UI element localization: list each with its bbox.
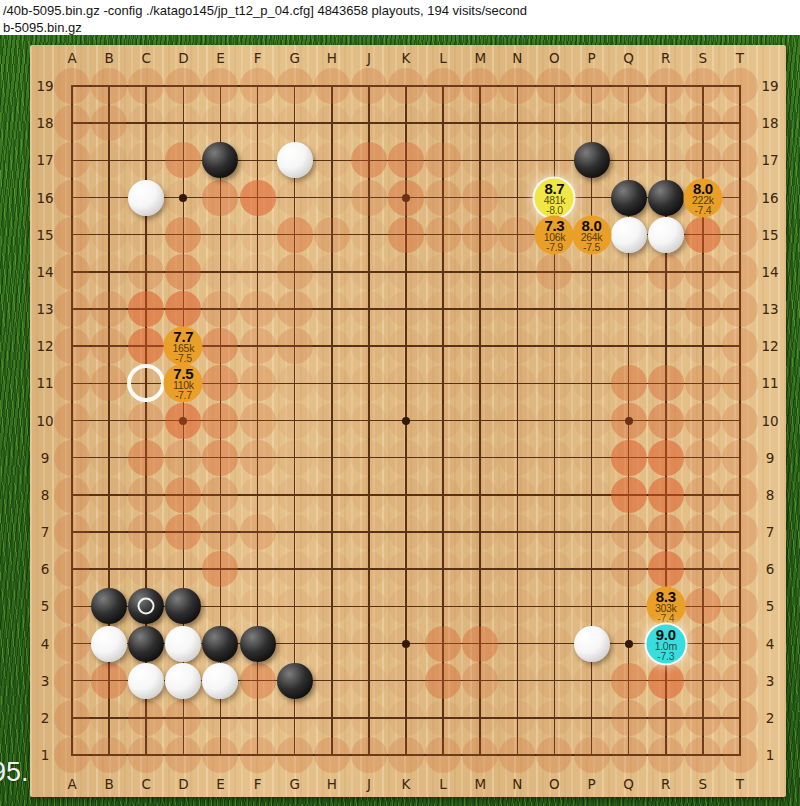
ownership-circle-light — [202, 514, 238, 550]
ownership-circle-base — [499, 365, 535, 401]
ownership-circle-base — [462, 477, 498, 513]
ownership-circle-base — [536, 328, 572, 364]
ownership-circle-medium — [165, 514, 201, 550]
ownership-circle-medium — [165, 142, 201, 178]
ownership-circle-base — [648, 105, 684, 141]
suggested-move[interactable]: 9.01.0m-7.3 — [646, 624, 685, 663]
ownership-circle-light — [685, 365, 721, 401]
ownership-circle-light — [722, 105, 758, 141]
ownership-circle-base — [314, 291, 350, 327]
black-stone — [165, 588, 201, 624]
ownership-circle-base — [388, 291, 424, 327]
ownership-circle-medium — [202, 180, 238, 216]
ownership-circle-base — [425, 254, 461, 290]
column-label-top: R — [661, 50, 670, 66]
ownership-circle-base — [314, 440, 350, 476]
ownership-circle-light — [165, 68, 201, 104]
ownership-circle-medium — [611, 663, 647, 699]
column-label-bottom: A — [67, 776, 76, 792]
column-label-top: J — [367, 50, 371, 66]
ownership-circle-base — [499, 514, 535, 550]
ownership-circle-light — [240, 365, 276, 401]
ownership-circle-strong — [165, 291, 201, 327]
ownership-circle-medium — [240, 663, 276, 699]
ownership-circle-base — [425, 328, 461, 364]
ownership-circle-base — [351, 440, 387, 476]
ownership-circle-light — [722, 68, 758, 104]
ownership-circle-base — [202, 700, 238, 736]
row-label-left: 18 — [36, 115, 53, 131]
ownership-circle-base — [128, 142, 164, 178]
ownership-circle-light — [648, 68, 684, 104]
ownership-circle-light — [536, 68, 572, 104]
ownership-circle-base — [277, 626, 313, 662]
ownership-circle-light — [128, 700, 164, 736]
ownership-circle-base — [462, 365, 498, 401]
engine-status-text: /40b-5095.bin.gz -config ./katago145/jp_… — [3, 3, 527, 18]
ownership-circle-strong — [165, 403, 201, 439]
column-label-top: O — [549, 50, 560, 66]
ownership-circle-light — [611, 68, 647, 104]
row-label-right: 12 — [761, 338, 778, 354]
ownership-circle-base — [462, 254, 498, 290]
ownership-circle-base — [536, 626, 572, 662]
black-stone — [611, 180, 647, 216]
ownership-circle-medium — [351, 142, 387, 178]
white-stone — [574, 626, 610, 662]
ownership-circle-base — [388, 588, 424, 624]
ownership-circle-base — [425, 700, 461, 736]
row-label-left: 2 — [41, 710, 50, 726]
ownership-circle-light — [722, 737, 758, 773]
ownership-circle-light — [128, 477, 164, 513]
ownership-circle-base — [388, 700, 424, 736]
ownership-circle-base — [499, 440, 535, 476]
ownership-circle-medium — [425, 663, 461, 699]
suggested-move[interactable]: 8.0264k-7.5 — [572, 215, 611, 254]
ownership-circle-light — [722, 626, 758, 662]
ownership-circle-light — [722, 440, 758, 476]
ownership-circle-base — [499, 700, 535, 736]
ownership-circle-light — [462, 180, 498, 216]
ownership-circle-base — [128, 217, 164, 253]
ownership-circle-light — [202, 291, 238, 327]
ownership-circle-base — [351, 365, 387, 401]
ownership-circle-light — [91, 328, 127, 364]
ownership-circle-base — [425, 440, 461, 476]
ownership-circle-light — [722, 365, 758, 401]
ownership-circle-light — [240, 328, 276, 364]
ownership-circle-base — [277, 514, 313, 550]
row-label-left: 19 — [36, 78, 53, 94]
ownership-circle-base — [425, 365, 461, 401]
ownership-circle-base — [388, 328, 424, 364]
ownership-circle-light — [351, 737, 387, 773]
ownership-circle-medium — [685, 588, 721, 624]
ownership-circle-light — [128, 254, 164, 290]
ownership-circle-base — [91, 700, 127, 736]
column-label-bottom: D — [178, 776, 188, 792]
row-label-right: 3 — [766, 673, 775, 689]
ownership-circle-medium — [165, 254, 201, 290]
ownership-circle-light — [54, 700, 90, 736]
ownership-circle-base — [425, 477, 461, 513]
ownership-circle-light — [277, 68, 313, 104]
column-label-top: C — [142, 50, 151, 66]
ownership-circle-light — [91, 105, 127, 141]
column-label-top: B — [104, 50, 113, 66]
ownership-circle-light — [574, 68, 610, 104]
ownership-circle-base — [314, 588, 350, 624]
suggested-move[interactable]: 8.3303k-7.4 — [646, 587, 685, 626]
ownership-circle-base — [425, 105, 461, 141]
ownership-circle-base — [314, 365, 350, 401]
row-label-right: 16 — [761, 190, 778, 206]
ownership-circle-base — [314, 477, 350, 513]
ownership-circle-base — [611, 626, 647, 662]
ownership-circle-medium — [611, 403, 647, 439]
column-label-bottom: N — [512, 776, 522, 792]
ownership-circle-light — [685, 626, 721, 662]
ownership-circle-light — [388, 737, 424, 773]
ownership-circle-light — [240, 514, 276, 550]
white-stone — [611, 217, 647, 253]
ownership-circle-light — [277, 254, 313, 290]
suggestion-lead: -7.4 — [694, 204, 711, 214]
ownership-circle-light — [499, 217, 535, 253]
column-label-top: A — [67, 50, 76, 66]
black-stone — [240, 626, 276, 662]
column-label-bottom: C — [142, 776, 151, 792]
ownership-circle-strong — [685, 217, 721, 253]
ownership-circle-light — [648, 737, 684, 773]
ownership-circle-light — [611, 514, 647, 550]
ownership-circle-base — [277, 403, 313, 439]
ownership-circle-base — [351, 105, 387, 141]
ownership-circle-base — [277, 440, 313, 476]
ownership-circle-base — [91, 440, 127, 476]
ownership-circle-medium — [128, 440, 164, 476]
ownership-circle-light — [240, 68, 276, 104]
ownership-circle-light — [722, 217, 758, 253]
ownership-circle-light — [722, 328, 758, 364]
white-stone — [648, 217, 684, 253]
ownership-circle-base — [91, 217, 127, 253]
white-stone — [277, 142, 313, 178]
ownership-circle-light — [685, 291, 721, 327]
ownership-circle-base — [240, 700, 276, 736]
ownership-circle-base — [499, 254, 535, 290]
ownership-circle-medium — [202, 365, 238, 401]
ownership-circle-medium — [202, 440, 238, 476]
row-label-left: 1 — [41, 747, 50, 763]
ownership-circle-base — [202, 105, 238, 141]
ownership-circle-light — [277, 328, 313, 364]
ownership-circle-strong — [240, 180, 276, 216]
ownership-circle-base — [314, 626, 350, 662]
last-move-marker — [138, 598, 155, 615]
ownership-circle-light — [54, 105, 90, 141]
ownership-circle-base — [351, 514, 387, 550]
ownership-circle-light — [685, 403, 721, 439]
row-label-right: 8 — [766, 487, 775, 503]
ownership-circle-base — [240, 588, 276, 624]
row-label-right: 7 — [766, 524, 775, 540]
black-stone — [202, 626, 238, 662]
row-label-right: 14 — [761, 264, 778, 280]
ownership-circle-light — [54, 142, 90, 178]
suggested-move[interactable]: 8.0222k-7.4 — [683, 178, 722, 217]
suggested-move[interactable]: 7.7165k-7.5 — [164, 327, 203, 366]
row-label-left: 7 — [41, 524, 50, 540]
ownership-circle-medium — [202, 403, 238, 439]
ownership-circle-light — [240, 737, 276, 773]
ownership-circle-light — [54, 737, 90, 773]
column-label-top: H — [327, 50, 337, 66]
ownership-circle-base — [611, 291, 647, 327]
ownership-circle-base — [574, 291, 610, 327]
ownership-circle-light — [685, 142, 721, 178]
ownership-circle-base — [574, 105, 610, 141]
ownership-circle-light — [388, 68, 424, 104]
ownership-circle-light — [54, 440, 90, 476]
black-stone — [277, 663, 313, 699]
hover-point-marker[interactable] — [127, 364, 165, 402]
ownership-circle-light — [54, 514, 90, 550]
background-overlay-text: 95. — [0, 757, 29, 788]
column-label-bottom: O — [549, 776, 560, 792]
ownership-circle-base — [574, 700, 610, 736]
ownership-circle-medium — [202, 328, 238, 364]
ownership-circle-light — [54, 551, 90, 587]
ownership-circle-strong — [128, 328, 164, 364]
row-label-left: 12 — [36, 338, 53, 354]
row-label-right: 19 — [761, 78, 778, 94]
row-label-right: 11 — [761, 375, 778, 391]
column-label-bottom: S — [699, 776, 708, 792]
ownership-circle-light — [314, 217, 350, 253]
black-stone — [91, 588, 127, 624]
ownership-circle-base — [536, 663, 572, 699]
ownership-circle-base — [388, 626, 424, 662]
ownership-circle-light — [722, 180, 758, 216]
ownership-circle-base — [240, 477, 276, 513]
ownership-circle-light — [685, 737, 721, 773]
white-stone — [91, 626, 127, 662]
black-stone — [128, 626, 164, 662]
ownership-circle-light — [722, 588, 758, 624]
ownership-circle-light — [54, 477, 90, 513]
ownership-circle-base — [314, 254, 350, 290]
ownership-circle-base — [611, 254, 647, 290]
ownership-circle-medium — [388, 217, 424, 253]
ownership-circle-base — [536, 403, 572, 439]
ownership-circle-base — [462, 588, 498, 624]
suggested-move[interactable]: 7.3106k-7.9 — [535, 215, 574, 254]
ownership-circle-base — [351, 254, 387, 290]
ownership-circle-base — [499, 626, 535, 662]
ownership-circle-base — [277, 105, 313, 141]
column-label-top: G — [289, 50, 299, 66]
row-label-left: 17 — [36, 152, 53, 168]
app-window: /40b-5095.bin.gz -config ./katago145/jp_… — [0, 0, 800, 806]
ownership-circle-base — [202, 217, 238, 253]
ownership-circle-medium — [91, 663, 127, 699]
ownership-circle-base — [462, 700, 498, 736]
ownership-circle-base — [462, 291, 498, 327]
ownership-circle-light — [462, 663, 498, 699]
ownership-circle-light — [54, 217, 90, 253]
ownership-circle-base — [499, 105, 535, 141]
ownership-circle-light — [462, 217, 498, 253]
ownership-circle-base — [648, 142, 684, 178]
ownership-circle-base — [462, 440, 498, 476]
ownership-circle-base — [91, 142, 127, 178]
ownership-circle-light — [611, 737, 647, 773]
ownership-circle-light — [425, 68, 461, 104]
ownership-circle-medium — [277, 217, 313, 253]
ownership-circle-base — [499, 328, 535, 364]
black-stone — [202, 142, 238, 178]
ownership-circle-base — [240, 551, 276, 587]
ownership-circle-base — [351, 403, 387, 439]
ownership-circle-base — [611, 142, 647, 178]
ownership-circle-medium — [462, 626, 498, 662]
ownership-circle-base — [277, 551, 313, 587]
column-label-top: F — [254, 50, 262, 66]
black-stone — [574, 142, 610, 178]
column-label-top: M — [474, 50, 486, 66]
white-stone — [128, 180, 164, 216]
ownership-circle-medium — [388, 180, 424, 216]
ownership-circle-light — [722, 142, 758, 178]
ownership-circle-light — [128, 68, 164, 104]
white-stone — [165, 626, 201, 662]
ownership-circle-base — [574, 440, 610, 476]
column-label-bottom: R — [661, 776, 670, 792]
ownership-circle-base — [314, 514, 350, 550]
ownership-circle-light — [685, 514, 721, 550]
ownership-circle-base — [425, 551, 461, 587]
row-label-left: 8 — [41, 487, 50, 503]
ownership-circle-base — [611, 328, 647, 364]
ownership-circle-base — [536, 700, 572, 736]
row-label-left: 13 — [36, 301, 53, 317]
ownership-circle-base — [351, 477, 387, 513]
ownership-circle-strong — [648, 477, 684, 513]
ownership-circle-base — [351, 700, 387, 736]
ownership-circle-light — [54, 328, 90, 364]
row-label-right: 1 — [766, 747, 775, 763]
ownership-circle-light — [685, 700, 721, 736]
ownership-circle-light — [685, 663, 721, 699]
suggestion-lead: -7.4 — [657, 613, 674, 623]
ownership-circle-base — [277, 180, 313, 216]
ownership-circle-base — [314, 700, 350, 736]
column-label-bottom: G — [289, 776, 299, 792]
column-label-top: L — [439, 50, 447, 66]
ownership-circle-base — [351, 551, 387, 587]
ownership-circle-light — [54, 588, 90, 624]
ownership-circle-base — [91, 551, 127, 587]
column-label-top: T — [736, 50, 744, 66]
ownership-circle-strong — [611, 477, 647, 513]
ownership-circle-base — [277, 365, 313, 401]
ownership-circle-base — [351, 328, 387, 364]
ownership-circle-base — [240, 217, 276, 253]
suggestion-lead: -7.5 — [583, 241, 600, 251]
ownership-circle-base — [574, 403, 610, 439]
ownership-circle-base — [277, 588, 313, 624]
column-label-bottom: B — [104, 776, 113, 792]
ownership-circle-base — [314, 142, 350, 178]
ownership-circle-light — [685, 254, 721, 290]
ownership-circle-light — [685, 551, 721, 587]
ownership-circle-base — [611, 105, 647, 141]
ownership-circle-light — [128, 514, 164, 550]
ownership-circle-medium — [202, 551, 238, 587]
ownership-circle-base — [388, 440, 424, 476]
row-label-left: 6 — [41, 561, 50, 577]
row-label-right: 9 — [766, 450, 775, 466]
network-name-text: b-5095.bin.gz — [3, 20, 82, 35]
row-label-right: 18 — [761, 115, 778, 131]
ownership-circle-light — [54, 68, 90, 104]
column-label-top: N — [512, 50, 522, 66]
ownership-circle-base — [648, 291, 684, 327]
ownership-circle-base — [314, 403, 350, 439]
suggestion-lead: -7.3 — [657, 650, 674, 660]
ownership-circle-medium — [388, 142, 424, 178]
ownership-circle-light — [165, 737, 201, 773]
goban[interactable]: AABBCCDDEEFFGGHHJJKKLLMMNNOOPPQQRRSSTT19… — [30, 45, 786, 797]
ownership-circle-light — [277, 737, 313, 773]
column-label-bottom: E — [216, 776, 225, 792]
ownership-circle-base — [462, 328, 498, 364]
ownership-circle-light — [54, 291, 90, 327]
ownership-circle-base — [574, 477, 610, 513]
ownership-circle-light — [722, 254, 758, 290]
ownership-circle-base — [351, 217, 387, 253]
row-label-left: 5 — [41, 598, 50, 614]
ownership-circle-light — [499, 68, 535, 104]
ownership-circle-base — [462, 514, 498, 550]
suggested-move[interactable]: 8.7481k-8.0 — [535, 178, 574, 217]
row-label-right: 5 — [766, 598, 775, 614]
ownership-circle-light — [722, 403, 758, 439]
ownership-circle-base — [574, 254, 610, 290]
ownership-circle-medium — [648, 365, 684, 401]
ownership-circle-medium — [165, 477, 201, 513]
ownership-circle-base — [388, 477, 424, 513]
ownership-circle-base — [574, 588, 610, 624]
ownership-circle-base — [574, 514, 610, 550]
ownership-circle-base — [388, 551, 424, 587]
ownership-circle-light — [54, 663, 90, 699]
ownership-circle-base — [388, 663, 424, 699]
ownership-circle-light — [54, 365, 90, 401]
ownership-circle-base — [314, 551, 350, 587]
ownership-circle-base — [536, 551, 572, 587]
window-titlebar[interactable]: /40b-5095.bin.gz -config ./katago145/jp_… — [0, 0, 800, 35]
ownership-circle-base — [462, 403, 498, 439]
ownership-circle-base — [574, 663, 610, 699]
ownership-circle-base — [202, 588, 238, 624]
suggested-move[interactable]: 7.5110k-7.7 — [164, 364, 203, 403]
ownership-circle-base — [462, 142, 498, 178]
ownership-circle-base — [574, 328, 610, 364]
ownership-circle-base — [277, 477, 313, 513]
